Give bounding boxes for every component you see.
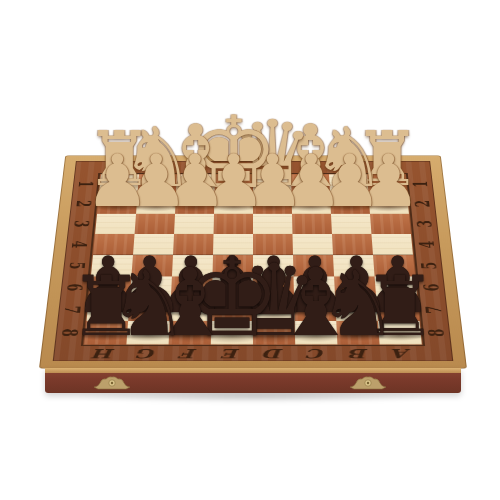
rank-label-left-2: 2 — [73, 200, 93, 207]
square-h7[interactable] — [86, 299, 129, 322]
square-g2[interactable] — [136, 194, 176, 214]
square-e3[interactable] — [214, 214, 253, 234]
rank-label-left-3: 3 — [71, 220, 91, 227]
square-a6[interactable] — [375, 276, 418, 298]
square-a4[interactable] — [371, 234, 413, 255]
rank-label-left-6: 6 — [64, 284, 85, 292]
square-d2[interactable] — [253, 194, 292, 214]
square-c2[interactable] — [291, 194, 330, 214]
file-label-a: A — [392, 347, 410, 360]
square-d8[interactable] — [253, 321, 295, 344]
square-h8[interactable] — [84, 321, 128, 344]
rank-label-left-1: 1 — [76, 181, 96, 188]
square-a2[interactable] — [368, 194, 408, 214]
rank-label-right-7: 7 — [423, 306, 445, 314]
board-fold-seam — [93, 254, 413, 256]
square-g5[interactable] — [131, 255, 173, 276]
square-f5[interactable] — [172, 255, 213, 276]
square-e2[interactable] — [214, 194, 253, 214]
square-b4[interactable] — [332, 234, 373, 255]
square-e6[interactable] — [212, 276, 253, 298]
square-f1[interactable] — [176, 174, 215, 193]
square-c1[interactable] — [291, 174, 330, 193]
square-c4[interactable] — [292, 234, 333, 255]
square-e8[interactable] — [211, 321, 253, 344]
square-g4[interactable] — [133, 234, 174, 255]
square-b7[interactable] — [335, 299, 378, 322]
board-grid — [84, 174, 422, 344]
square-b3[interactable] — [331, 214, 371, 234]
square-c5[interactable] — [293, 255, 334, 276]
square-h2[interactable] — [97, 194, 137, 214]
square-h1[interactable] — [99, 174, 139, 193]
box-front-top-strip — [45, 368, 461, 373]
rank-label-left-7: 7 — [61, 306, 83, 314]
square-g1[interactable] — [138, 174, 177, 193]
rank-label-right-3: 3 — [414, 220, 434, 227]
rank-label-right-6: 6 — [421, 284, 442, 292]
square-e7[interactable] — [211, 299, 253, 322]
square-g7[interactable] — [128, 299, 171, 322]
square-c8[interactable] — [295, 321, 338, 344]
brass-clasp-right — [348, 375, 388, 391]
box-front-panel — [45, 368, 461, 393]
square-f6[interactable] — [171, 276, 213, 298]
square-f8[interactable] — [169, 321, 212, 344]
chess-board: 1234567812345678HGFEDCBA — [39, 156, 467, 369]
square-f3[interactable] — [174, 214, 214, 234]
square-a7[interactable] — [376, 299, 419, 322]
square-g6[interactable] — [130, 276, 172, 298]
rank-label-right-2: 2 — [412, 200, 432, 207]
square-b2[interactable] — [330, 194, 370, 214]
square-c7[interactable] — [294, 299, 336, 322]
square-g3[interactable] — [135, 214, 175, 234]
chess-set-photo: 1234567812345678HGFEDCBA ♜♞♝♛♚♝♞♜♟♟♟♟♟♟♟… — [0, 0, 500, 500]
file-label-e: E — [223, 347, 240, 360]
file-label-h: H — [93, 347, 115, 360]
rank-label-left-8: 8 — [59, 329, 81, 337]
rank-label-right-1: 1 — [410, 181, 430, 188]
square-a8[interactable] — [378, 321, 422, 344]
square-h6[interactable] — [89, 276, 132, 298]
square-a5[interactable] — [373, 255, 415, 276]
square-h4[interactable] — [93, 234, 135, 255]
square-b1[interactable] — [329, 174, 368, 193]
square-e4[interactable] — [213, 234, 253, 255]
rank-label-left-4: 4 — [69, 241, 90, 248]
square-d6[interactable] — [253, 276, 294, 298]
square-e5[interactable] — [212, 255, 253, 276]
square-h5[interactable] — [91, 255, 133, 276]
rank-label-left-5: 5 — [66, 262, 87, 269]
square-f4[interactable] — [173, 234, 214, 255]
square-c6[interactable] — [294, 276, 336, 298]
file-label-f: F — [181, 347, 197, 360]
file-label-d: D — [265, 347, 284, 360]
square-c3[interactable] — [292, 214, 332, 234]
square-a3[interactable] — [370, 214, 411, 234]
rank-label-right-5: 5 — [419, 262, 440, 269]
square-b5[interactable] — [333, 255, 375, 276]
file-label-g: G — [137, 347, 157, 360]
file-label-c: C — [308, 347, 326, 360]
square-b6[interactable] — [334, 276, 376, 298]
square-g8[interactable] — [126, 321, 169, 344]
rank-label-right-8: 8 — [425, 329, 447, 337]
square-b8[interactable] — [336, 321, 379, 344]
square-h3[interactable] — [95, 214, 136, 234]
square-d5[interactable] — [253, 255, 294, 276]
square-a1[interactable] — [367, 174, 407, 193]
square-d3[interactable] — [253, 214, 292, 234]
brass-clasp-left — [92, 375, 132, 391]
square-d7[interactable] — [253, 299, 295, 322]
square-d1[interactable] — [253, 174, 291, 193]
square-f7[interactable] — [170, 299, 212, 322]
square-e1[interactable] — [215, 174, 253, 193]
file-label-b: B — [349, 347, 369, 360]
rank-label-right-4: 4 — [417, 241, 438, 248]
square-d4[interactable] — [253, 234, 293, 255]
square-f2[interactable] — [175, 194, 214, 214]
